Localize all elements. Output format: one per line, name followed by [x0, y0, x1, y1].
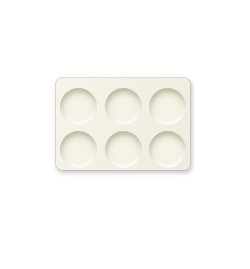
- pit-r2c1[interactable]: [60, 131, 97, 168]
- pit-r1c1[interactable]: [60, 88, 97, 125]
- board-tray: [55, 77, 191, 171]
- pit-r1c2[interactable]: [105, 88, 142, 125]
- pit-r2c2[interactable]: [105, 131, 142, 168]
- pit-r1c3[interactable]: [149, 88, 186, 125]
- pit-grid: [56, 78, 190, 168]
- product-photo: [0, 0, 250, 269]
- pit-r2c3[interactable]: [149, 131, 186, 168]
